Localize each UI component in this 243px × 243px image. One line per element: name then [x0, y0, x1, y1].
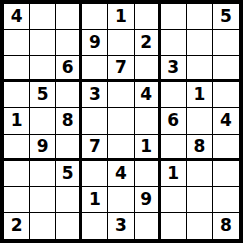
- cell-r4c2: 5: [30, 82, 56, 108]
- cell-r3c2[interactable]: [30, 56, 56, 82]
- cell-r9c2[interactable]: [30, 213, 56, 239]
- cell-r1c8[interactable]: [187, 4, 213, 30]
- sudoku-board: 4159267353411864971854119238: [0, 0, 243, 243]
- cell-r6c2: 9: [30, 135, 56, 161]
- cell-r5c7: 6: [161, 108, 187, 134]
- cell-r3c9[interactable]: [213, 56, 239, 82]
- cell-r7c3: 5: [56, 161, 82, 187]
- cell-r7c1[interactable]: [4, 161, 30, 187]
- cell-r2c9[interactable]: [213, 30, 239, 56]
- cell-r4c9[interactable]: [213, 82, 239, 108]
- cell-r9c7[interactable]: [161, 213, 187, 239]
- cell-r4c5[interactable]: [108, 82, 134, 108]
- cell-r2c7[interactable]: [161, 30, 187, 56]
- cell-r9c4[interactable]: [82, 213, 108, 239]
- cell-r6c7[interactable]: [161, 135, 187, 161]
- cell-r4c1[interactable]: [4, 82, 30, 108]
- cell-r1c7[interactable]: [161, 4, 187, 30]
- cell-r1c2[interactable]: [30, 4, 56, 30]
- cell-r2c2[interactable]: [30, 30, 56, 56]
- cell-r6c5[interactable]: [108, 135, 134, 161]
- cell-r7c9[interactable]: [213, 161, 239, 187]
- cell-r1c5: 1: [108, 4, 134, 30]
- cell-r1c1: 4: [4, 4, 30, 30]
- cell-r5c2[interactable]: [30, 108, 56, 134]
- cell-r4c4: 3: [82, 82, 108, 108]
- cell-r3c1[interactable]: [4, 56, 30, 82]
- cell-r8c3[interactable]: [56, 187, 82, 213]
- cell-r8c9[interactable]: [213, 187, 239, 213]
- cell-r2c8[interactable]: [187, 30, 213, 56]
- cell-r4c6: 4: [135, 82, 161, 108]
- cell-r7c6[interactable]: [135, 161, 161, 187]
- cell-r6c8: 8: [187, 135, 213, 161]
- cell-r9c9: 8: [213, 213, 239, 239]
- cell-r7c5: 4: [108, 161, 134, 187]
- cell-r3c3: 6: [56, 56, 82, 82]
- cell-r5c5[interactable]: [108, 108, 134, 134]
- cell-r2c3[interactable]: [56, 30, 82, 56]
- cell-r4c7[interactable]: [161, 82, 187, 108]
- cell-r5c4[interactable]: [82, 108, 108, 134]
- cell-r9c3[interactable]: [56, 213, 82, 239]
- cell-r2c4: 9: [82, 30, 108, 56]
- cell-r8c7[interactable]: [161, 187, 187, 213]
- cell-r5c6[interactable]: [135, 108, 161, 134]
- cell-r5c3: 8: [56, 108, 82, 134]
- cell-r1c4[interactable]: [82, 4, 108, 30]
- cell-r9c8[interactable]: [187, 213, 213, 239]
- cell-r9c5: 3: [108, 213, 134, 239]
- cell-r5c9: 4: [213, 108, 239, 134]
- cell-r7c7: 1: [161, 161, 187, 187]
- cell-r2c5[interactable]: [108, 30, 134, 56]
- cell-r5c1: 1: [4, 108, 30, 134]
- cell-r3c4[interactable]: [82, 56, 108, 82]
- cell-r8c6: 9: [135, 187, 161, 213]
- cell-r8c2[interactable]: [30, 187, 56, 213]
- cell-r9c6[interactable]: [135, 213, 161, 239]
- cell-r1c9: 5: [213, 4, 239, 30]
- cell-r3c7: 3: [161, 56, 187, 82]
- cell-r3c6[interactable]: [135, 56, 161, 82]
- cell-r7c8[interactable]: [187, 161, 213, 187]
- cell-r3c5: 7: [108, 56, 134, 82]
- cell-r7c4[interactable]: [82, 161, 108, 187]
- cell-r1c6[interactable]: [135, 4, 161, 30]
- cell-r5c8[interactable]: [187, 108, 213, 134]
- cell-r9c1: 2: [4, 213, 30, 239]
- cell-r6c4: 7: [82, 135, 108, 161]
- cell-r6c1[interactable]: [4, 135, 30, 161]
- cell-r2c6: 2: [135, 30, 161, 56]
- cell-r8c4: 1: [82, 187, 108, 213]
- cell-r8c5[interactable]: [108, 187, 134, 213]
- cell-r4c3[interactable]: [56, 82, 82, 108]
- cell-r2c1[interactable]: [4, 30, 30, 56]
- cell-r6c3[interactable]: [56, 135, 82, 161]
- cell-r8c1[interactable]: [4, 187, 30, 213]
- cell-r3c8[interactable]: [187, 56, 213, 82]
- cell-r6c9[interactable]: [213, 135, 239, 161]
- cell-r8c8[interactable]: [187, 187, 213, 213]
- cell-r7c2[interactable]: [30, 161, 56, 187]
- cell-r6c6: 1: [135, 135, 161, 161]
- cell-r4c8: 1: [187, 82, 213, 108]
- cell-r1c3[interactable]: [56, 4, 82, 30]
